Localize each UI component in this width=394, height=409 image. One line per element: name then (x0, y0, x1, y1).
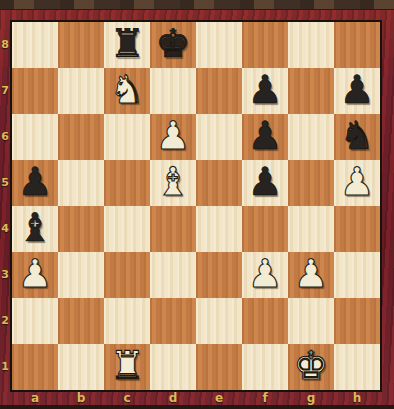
square-g1[interactable]: ♚ (288, 344, 334, 390)
black-pawn-f6[interactable]: ♟ (242, 114, 288, 160)
square-e3[interactable] (196, 252, 242, 298)
square-h7[interactable]: ♟ (334, 68, 380, 114)
square-a4[interactable]: ♝ (12, 206, 58, 252)
rank-label-2: 2 (0, 298, 10, 344)
square-g5[interactable] (288, 160, 334, 206)
rank-label-7: 7 (0, 68, 10, 114)
square-h5[interactable]: ♟ (334, 160, 380, 206)
square-g7[interactable] (288, 68, 334, 114)
square-c3[interactable] (104, 252, 150, 298)
file-label-d: d (150, 392, 196, 405)
square-a8[interactable] (12, 22, 58, 68)
square-d1[interactable] (150, 344, 196, 390)
square-c1[interactable]: ♜ (104, 344, 150, 390)
square-b1[interactable] (58, 344, 104, 390)
square-f3[interactable]: ♟ (242, 252, 288, 298)
square-e2[interactable] (196, 298, 242, 344)
square-g6[interactable] (288, 114, 334, 160)
white-pawn-f3[interactable]: ♟ (242, 252, 288, 298)
white-knight-c7[interactable]: ♞ (104, 68, 150, 114)
square-a2[interactable] (12, 298, 58, 344)
rank-label-5: 5 (0, 160, 10, 206)
square-g4[interactable] (288, 206, 334, 252)
square-b7[interactable] (58, 68, 104, 114)
file-label-b: b (58, 392, 104, 405)
white-pawn-d6[interactable]: ♟ (150, 114, 196, 160)
square-f1[interactable] (242, 344, 288, 390)
square-b2[interactable] (58, 298, 104, 344)
white-pawn-g3[interactable]: ♟ (288, 252, 334, 298)
square-e1[interactable] (196, 344, 242, 390)
square-c2[interactable] (104, 298, 150, 344)
square-d2[interactable] (150, 298, 196, 344)
black-pawn-f7[interactable]: ♟ (242, 68, 288, 114)
white-king-g1[interactable]: ♚ (288, 344, 334, 390)
square-h6[interactable]: ♞ (334, 114, 380, 160)
black-bishop-a4[interactable]: ♝ (12, 206, 58, 252)
square-d5[interactable]: ♝ (150, 160, 196, 206)
square-c8[interactable]: ♜ (104, 22, 150, 68)
wood-top-strip (0, 0, 394, 10)
rank-label-8: 8 (0, 22, 10, 68)
square-f4[interactable] (242, 206, 288, 252)
square-b8[interactable] (58, 22, 104, 68)
black-pawn-h7[interactable]: ♟ (334, 68, 380, 114)
square-h3[interactable] (334, 252, 380, 298)
square-c6[interactable] (104, 114, 150, 160)
black-pawn-f5[interactable]: ♟ (242, 160, 288, 206)
square-c7[interactable]: ♞ (104, 68, 150, 114)
black-king-d8[interactable]: ♚ (150, 22, 196, 68)
square-d3[interactable] (150, 252, 196, 298)
square-d8[interactable]: ♚ (150, 22, 196, 68)
square-b6[interactable] (58, 114, 104, 160)
black-pawn-a5[interactable]: ♟ (12, 160, 58, 206)
chess-board[interactable]: ♜♚♞♟♟♟♟♞♟♝♟♟♝♟♟♟♜♚ (10, 20, 382, 392)
square-a7[interactable] (12, 68, 58, 114)
rank-label-4: 4 (0, 206, 10, 252)
square-f7[interactable]: ♟ (242, 68, 288, 114)
wood-bottom-strip (0, 405, 394, 409)
white-rook-c1[interactable]: ♜ (104, 344, 150, 390)
square-a3[interactable]: ♟ (12, 252, 58, 298)
black-rook-c8[interactable]: ♜ (104, 22, 150, 68)
square-f2[interactable] (242, 298, 288, 344)
chessboard-frame: 87654321 ♜♚♞♟♟♟♟♞♟♝♟♟♝♟♟♟♜♚ abcdefgh (0, 0, 394, 409)
square-b5[interactable] (58, 160, 104, 206)
square-c5[interactable] (104, 160, 150, 206)
square-a1[interactable] (12, 344, 58, 390)
square-e6[interactable] (196, 114, 242, 160)
square-d7[interactable] (150, 68, 196, 114)
square-b3[interactable] (58, 252, 104, 298)
square-h4[interactable] (334, 206, 380, 252)
square-d4[interactable] (150, 206, 196, 252)
square-h1[interactable] (334, 344, 380, 390)
square-a6[interactable] (12, 114, 58, 160)
black-knight-h6[interactable]: ♞ (334, 114, 380, 160)
rank-label-6: 6 (0, 114, 10, 160)
file-label-a: a (12, 392, 58, 405)
rank-label-3: 3 (0, 252, 10, 298)
square-e8[interactable] (196, 22, 242, 68)
square-h8[interactable] (334, 22, 380, 68)
file-label-c: c (104, 392, 150, 405)
file-label-g: g (288, 392, 334, 405)
white-bishop-d5[interactable]: ♝ (150, 160, 196, 206)
square-e4[interactable] (196, 206, 242, 252)
white-pawn-a3[interactable]: ♟ (12, 252, 58, 298)
square-e5[interactable] (196, 160, 242, 206)
white-pawn-h5[interactable]: ♟ (334, 160, 380, 206)
square-f6[interactable]: ♟ (242, 114, 288, 160)
square-b4[interactable] (58, 206, 104, 252)
file-label-f: f (242, 392, 288, 405)
square-g8[interactable] (288, 22, 334, 68)
square-f8[interactable] (242, 22, 288, 68)
square-g2[interactable] (288, 298, 334, 344)
square-a5[interactable]: ♟ (12, 160, 58, 206)
square-g3[interactable]: ♟ (288, 252, 334, 298)
square-e7[interactable] (196, 68, 242, 114)
square-d6[interactable]: ♟ (150, 114, 196, 160)
rank-label-1: 1 (0, 344, 10, 390)
square-f5[interactable]: ♟ (242, 160, 288, 206)
file-label-e: e (196, 392, 242, 405)
file-label-h: h (334, 392, 380, 405)
square-h2[interactable] (334, 298, 380, 344)
square-c4[interactable] (104, 206, 150, 252)
